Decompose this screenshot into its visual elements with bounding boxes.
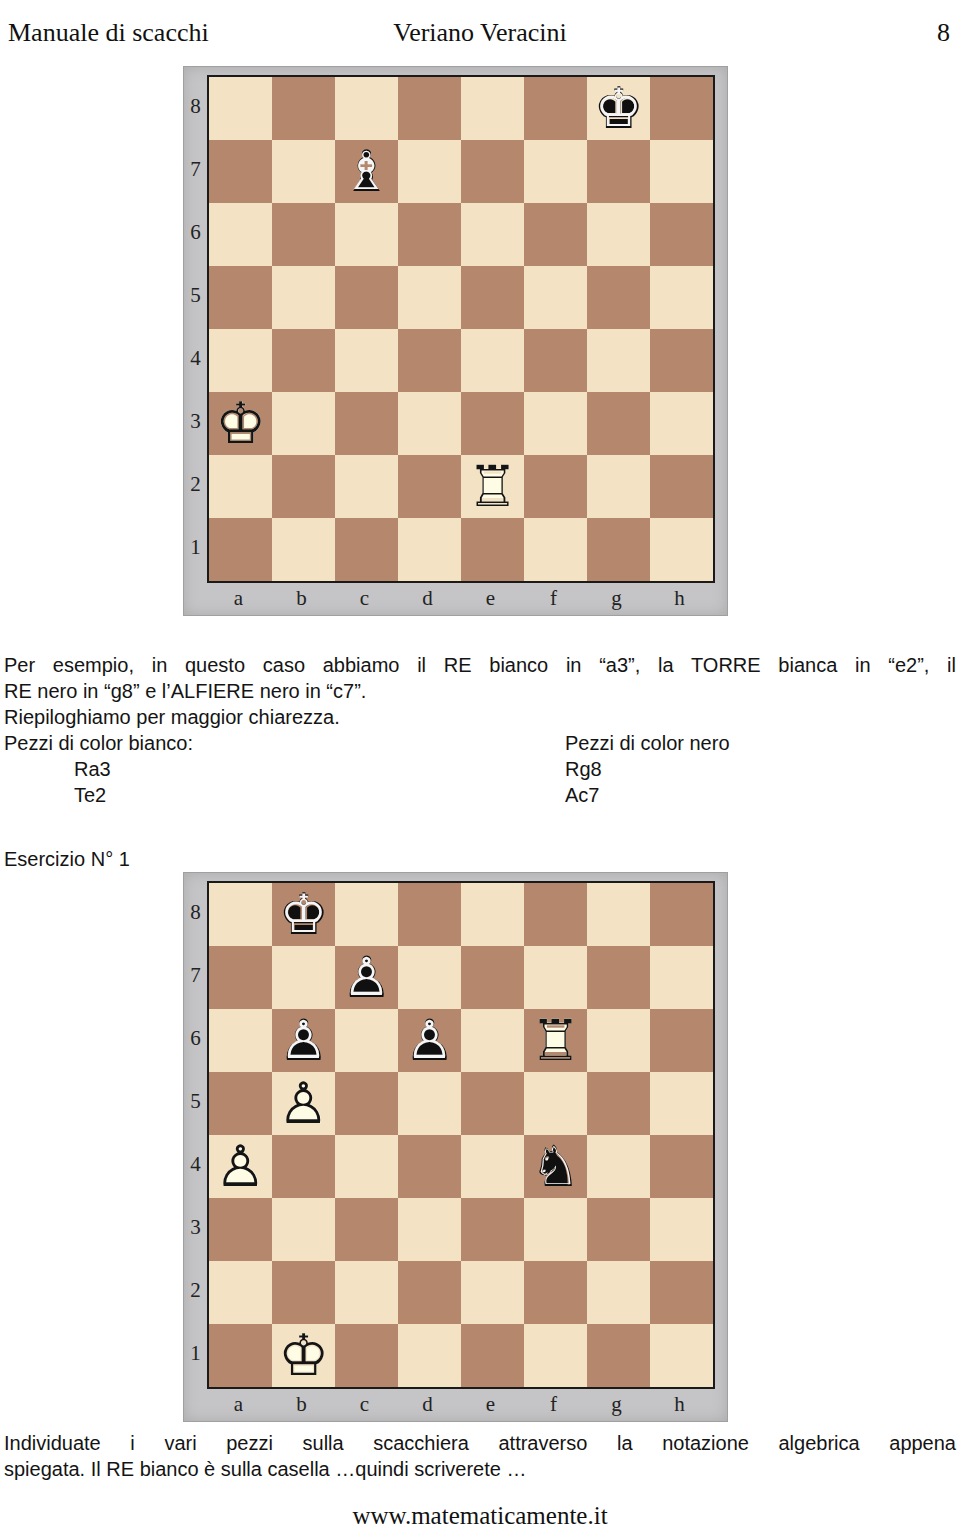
square-c3 xyxy=(335,392,398,455)
square-e7 xyxy=(461,140,524,203)
square-b8: ♚♔ xyxy=(272,883,335,946)
rank-label-7: 7 xyxy=(184,138,207,201)
square-d7 xyxy=(398,140,461,203)
board-grid: ♚♔♝♗♚♔♜♖ xyxy=(207,75,715,583)
square-a5 xyxy=(209,266,272,329)
square-b7 xyxy=(272,140,335,203)
white-king: ♚♔ xyxy=(209,392,272,455)
white-piece-entry-2: Te2 xyxy=(74,784,106,806)
square-g5 xyxy=(587,266,650,329)
file-label-h: h xyxy=(648,583,711,615)
paragraph-example: Per esempio, in questo caso abbiamo il R… xyxy=(4,652,956,704)
square-d5 xyxy=(398,1072,461,1135)
square-a6 xyxy=(209,203,272,266)
square-f5 xyxy=(524,1072,587,1135)
square-g1 xyxy=(587,1324,650,1387)
file-label-f: f xyxy=(522,1389,585,1421)
square-a3 xyxy=(209,1198,272,1261)
square-g2 xyxy=(587,1261,650,1324)
square-d1 xyxy=(398,518,461,581)
piece-list-row-2: Te2 Ac7 xyxy=(4,782,956,808)
rank-label-2: 2 xyxy=(184,1259,207,1322)
black-pawn: ♟♙ xyxy=(272,1009,335,1072)
square-b3 xyxy=(272,1198,335,1261)
white-rook: ♜♖ xyxy=(524,1009,587,1072)
square-g3 xyxy=(587,392,650,455)
rank-label-5: 5 xyxy=(184,1070,207,1133)
paragraph-exercise: Individuate i vari pezzi sulla scacchier… xyxy=(4,1430,956,1482)
square-f4: ♞♘ xyxy=(524,1135,587,1198)
white-pawn: ♟♙ xyxy=(209,1135,272,1198)
square-c8 xyxy=(335,883,398,946)
black-piece-entry-1: Rg8 xyxy=(565,756,602,782)
square-e8 xyxy=(461,883,524,946)
square-a6 xyxy=(209,1009,272,1072)
square-g7 xyxy=(587,140,650,203)
square-a1 xyxy=(209,1324,272,1387)
square-a7 xyxy=(209,140,272,203)
square-d3 xyxy=(398,392,461,455)
square-d8 xyxy=(398,883,461,946)
square-h4 xyxy=(650,1135,713,1198)
square-h4 xyxy=(650,329,713,392)
square-c6 xyxy=(335,1009,398,1072)
white-rook: ♜♖ xyxy=(461,455,524,518)
square-f4 xyxy=(524,329,587,392)
square-f1 xyxy=(524,518,587,581)
square-b2 xyxy=(272,455,335,518)
square-a2 xyxy=(209,455,272,518)
square-e8 xyxy=(461,77,524,140)
rank-label-7: 7 xyxy=(184,944,207,1007)
square-f3 xyxy=(524,1198,587,1261)
exercise-label: Esercizio N° 1 xyxy=(4,846,956,872)
document-page: Manuale di scacchi Veriano Veracini 8 87… xyxy=(0,0,960,1530)
square-e2 xyxy=(461,1261,524,1324)
file-label-e: e xyxy=(459,1389,522,1421)
square-d3 xyxy=(398,1198,461,1261)
square-e4 xyxy=(461,329,524,392)
square-h2 xyxy=(650,455,713,518)
square-h7 xyxy=(650,946,713,1009)
square-g6 xyxy=(587,1009,650,1072)
square-c4 xyxy=(335,329,398,392)
file-label-g: g xyxy=(585,1389,648,1421)
header-page-number: 8 xyxy=(937,18,950,48)
square-d6 xyxy=(398,203,461,266)
black-bishop: ♝♗ xyxy=(335,140,398,203)
square-h7 xyxy=(650,140,713,203)
file-label-f: f xyxy=(522,583,585,615)
square-c1 xyxy=(335,1324,398,1387)
square-d7 xyxy=(398,946,461,1009)
square-f6: ♜♖ xyxy=(524,1009,587,1072)
square-a4 xyxy=(209,329,272,392)
square-b4 xyxy=(272,329,335,392)
square-g2 xyxy=(587,455,650,518)
square-d2 xyxy=(398,455,461,518)
square-b5: ♟♙ xyxy=(272,1072,335,1135)
square-b6 xyxy=(272,203,335,266)
square-b5 xyxy=(272,266,335,329)
square-b2 xyxy=(272,1261,335,1324)
black-king: ♚♔ xyxy=(587,77,650,140)
black-piece-entry-2: Ac7 xyxy=(565,782,599,808)
rank-label-4: 4 xyxy=(184,1133,207,1196)
white-pieces-header: Pezzi di color bianco: xyxy=(4,732,193,754)
header-author: Veriano Veracini xyxy=(4,18,956,48)
piece-list-row-1: Ra3 Rg8 xyxy=(4,756,956,782)
square-e1 xyxy=(461,518,524,581)
square-g5 xyxy=(587,1072,650,1135)
square-b1: ♚♔ xyxy=(272,1324,335,1387)
file-label-d: d xyxy=(396,1389,459,1421)
square-e3 xyxy=(461,392,524,455)
black-king: ♚♔ xyxy=(272,883,335,946)
square-b4 xyxy=(272,1135,335,1198)
square-h8 xyxy=(650,883,713,946)
square-b3 xyxy=(272,392,335,455)
square-e1 xyxy=(461,1324,524,1387)
square-g3 xyxy=(587,1198,650,1261)
file-label-c: c xyxy=(333,583,396,615)
square-g6 xyxy=(587,203,650,266)
square-h5 xyxy=(650,1072,713,1135)
file-label-b: b xyxy=(270,1389,333,1421)
square-c6 xyxy=(335,203,398,266)
square-h3 xyxy=(650,392,713,455)
square-h3 xyxy=(650,1198,713,1261)
file-label-e: e xyxy=(459,583,522,615)
square-a1 xyxy=(209,518,272,581)
square-f1 xyxy=(524,1324,587,1387)
square-c5 xyxy=(335,266,398,329)
square-h6 xyxy=(650,1009,713,1072)
chess-board-exercise: 87654321♚♔♟♙♟♙♟♙♜♖♟♙♟♙♞♘♚♔abcdefgh xyxy=(183,872,728,1422)
square-b1 xyxy=(272,518,335,581)
square-b8 xyxy=(272,77,335,140)
square-d5 xyxy=(398,266,461,329)
square-g4 xyxy=(587,1135,650,1198)
square-h1 xyxy=(650,1324,713,1387)
rank-label-4: 4 xyxy=(184,327,207,390)
square-e6 xyxy=(461,1009,524,1072)
white-piece-entry-1: Ra3 xyxy=(74,758,111,780)
black-pieces-header: Pezzi di color nero xyxy=(565,730,730,756)
square-f2 xyxy=(524,455,587,518)
paragraph-exercise-line-1: Individuate i vari pezzi sulla scacchier… xyxy=(4,1430,956,1456)
square-a5 xyxy=(209,1072,272,1135)
square-f3 xyxy=(524,392,587,455)
square-e2: ♜♖ xyxy=(461,455,524,518)
black-pawn: ♟♙ xyxy=(398,1009,461,1072)
example-board-wrap: 87654321♚♔♝♗♚♔♜♖abcdefgh xyxy=(183,66,956,616)
square-c2 xyxy=(335,1261,398,1324)
black-knight: ♞♘ xyxy=(524,1135,587,1198)
square-g7 xyxy=(587,946,650,1009)
black-pawn: ♟♙ xyxy=(335,946,398,1009)
square-h1 xyxy=(650,518,713,581)
file-label-d: d xyxy=(396,583,459,615)
square-g1 xyxy=(587,518,650,581)
square-a3: ♚♔ xyxy=(209,392,272,455)
rank-label-3: 3 xyxy=(184,390,207,453)
chess-board-example: 87654321♚♔♝♗♚♔♜♖abcdefgh xyxy=(183,66,728,616)
piece-list: Pezzi di color bianco: Pezzi di color ne… xyxy=(4,730,956,808)
white-king: ♚♔ xyxy=(272,1324,335,1387)
square-c2 xyxy=(335,455,398,518)
square-c1 xyxy=(335,518,398,581)
square-b7 xyxy=(272,946,335,1009)
square-a4: ♟♙ xyxy=(209,1135,272,1198)
square-c7: ♟♙ xyxy=(335,946,398,1009)
board-grid: ♚♔♟♙♟♙♟♙♜♖♟♙♟♙♞♘♚♔ xyxy=(207,881,715,1389)
square-h8 xyxy=(650,77,713,140)
file-label-b: b xyxy=(270,583,333,615)
piece-list-header-row: Pezzi di color bianco: Pezzi di color ne… xyxy=(4,730,956,756)
square-d1 xyxy=(398,1324,461,1387)
rank-label-1: 1 xyxy=(184,516,207,579)
square-c3 xyxy=(335,1198,398,1261)
square-f8 xyxy=(524,77,587,140)
square-g4 xyxy=(587,329,650,392)
rank-label-6: 6 xyxy=(184,201,207,264)
square-b6: ♟♙ xyxy=(272,1009,335,1072)
square-d8 xyxy=(398,77,461,140)
square-d4 xyxy=(398,1135,461,1198)
square-a2 xyxy=(209,1261,272,1324)
square-d4 xyxy=(398,329,461,392)
file-label-a: a xyxy=(207,583,270,615)
exercise-board-wrap: 87654321♚♔♟♙♟♙♟♙♜♖♟♙♟♙♞♘♚♔abcdefgh xyxy=(183,872,956,1422)
file-label-a: a xyxy=(207,1389,270,1421)
page-footer: www.matematicamente.it xyxy=(4,1502,956,1530)
square-e5 xyxy=(461,1072,524,1135)
white-pawn: ♟♙ xyxy=(272,1072,335,1135)
square-a7 xyxy=(209,946,272,1009)
square-e5 xyxy=(461,266,524,329)
square-h2 xyxy=(650,1261,713,1324)
square-a8 xyxy=(209,77,272,140)
square-c5 xyxy=(335,1072,398,1135)
paragraph-exercise-line-2: spiegata. Il RE bianco è sulla casella …… xyxy=(4,1456,956,1482)
square-c8 xyxy=(335,77,398,140)
square-f6 xyxy=(524,203,587,266)
file-label-h: h xyxy=(648,1389,711,1421)
square-f2 xyxy=(524,1261,587,1324)
square-f5 xyxy=(524,266,587,329)
rank-label-6: 6 xyxy=(184,1007,207,1070)
square-e7 xyxy=(461,946,524,1009)
page-header: Manuale di scacchi Veriano Veracini 8 xyxy=(4,0,956,48)
rank-label-8: 8 xyxy=(184,75,207,138)
paragraph-recap: Riepiloghiamo per maggior chiarezza. xyxy=(4,704,956,730)
paragraph-example-line-2: RE nero in “g8” e l’ALFIERE nero in “c7”… xyxy=(4,678,956,704)
rank-label-3: 3 xyxy=(184,1196,207,1259)
square-f7 xyxy=(524,140,587,203)
rank-label-8: 8 xyxy=(184,881,207,944)
file-label-g: g xyxy=(585,583,648,615)
square-a8 xyxy=(209,883,272,946)
square-h5 xyxy=(650,266,713,329)
square-e6 xyxy=(461,203,524,266)
square-f8 xyxy=(524,883,587,946)
square-d2 xyxy=(398,1261,461,1324)
paragraph-example-line-1: Per esempio, in questo caso abbiamo il R… xyxy=(4,652,956,678)
rank-label-1: 1 xyxy=(184,1322,207,1385)
rank-label-5: 5 xyxy=(184,264,207,327)
square-g8: ♚♔ xyxy=(587,77,650,140)
footer-url: www.matematicamente.it xyxy=(352,1502,607,1529)
square-f7 xyxy=(524,946,587,1009)
square-e3 xyxy=(461,1198,524,1261)
square-g8 xyxy=(587,883,650,946)
square-d6: ♟♙ xyxy=(398,1009,461,1072)
square-c7: ♝♗ xyxy=(335,140,398,203)
file-label-c: c xyxy=(333,1389,396,1421)
square-c4 xyxy=(335,1135,398,1198)
square-h6 xyxy=(650,203,713,266)
rank-label-2: 2 xyxy=(184,453,207,516)
square-e4 xyxy=(461,1135,524,1198)
